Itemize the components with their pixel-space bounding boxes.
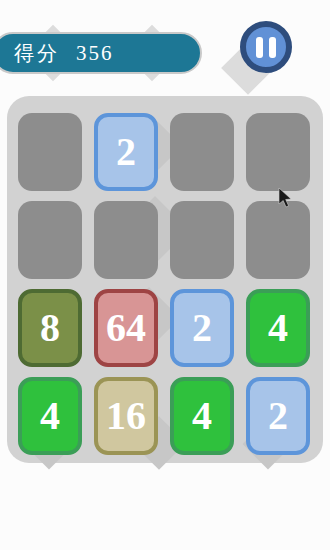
empty-cell-r2c2 — [94, 201, 158, 279]
score-value: 356 — [76, 41, 114, 66]
tile-8-r3c1: 8 — [18, 289, 82, 367]
empty-cell-r2c4 — [246, 201, 310, 279]
pause-button[interactable] — [240, 21, 292, 73]
pause-icon — [269, 37, 276, 58]
mouse-cursor — [278, 188, 292, 208]
empty-cell-r1c3 — [170, 113, 234, 191]
tile-4-r3c4: 4 — [246, 289, 310, 367]
empty-cell-r2c3 — [170, 201, 234, 279]
tile-16-r4c2: 16 — [94, 377, 158, 455]
pause-icon — [256, 37, 263, 58]
empty-cell-r2c1 — [18, 201, 82, 279]
score-bar: 得分 356 — [0, 32, 202, 74]
tile-64-r3c2: 64 — [94, 289, 158, 367]
game-board[interactable]: 28642441642 — [7, 96, 323, 463]
tile-2-r3c3: 2 — [170, 289, 234, 367]
tile-4-r4c1: 4 — [18, 377, 82, 455]
score-label: 得分 — [14, 40, 60, 67]
empty-cell-r1c1 — [18, 113, 82, 191]
tile-2-r4c4: 2 — [246, 377, 310, 455]
tile-2-r1c2: 2 — [94, 113, 158, 191]
tile-grid: 28642441642 — [18, 113, 310, 455]
empty-cell-r1c4 — [246, 113, 310, 191]
tile-4-r4c3: 4 — [170, 377, 234, 455]
